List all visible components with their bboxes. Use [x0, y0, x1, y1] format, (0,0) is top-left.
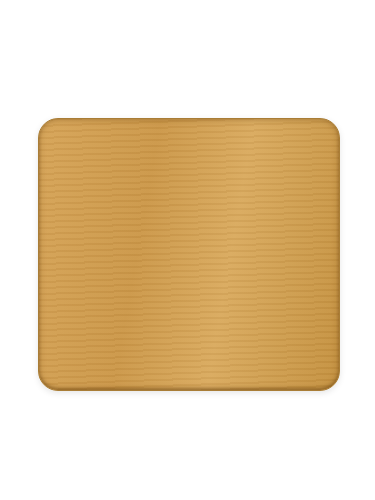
maze-field	[39, 119, 339, 390]
maze-board	[38, 118, 340, 391]
photo-background	[0, 0, 375, 500]
